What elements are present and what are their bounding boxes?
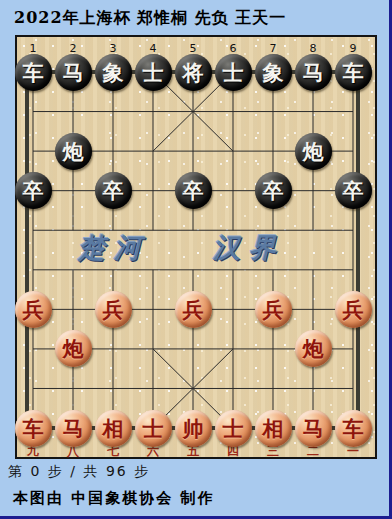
red-piece-马-f8r10[interactable]: 马	[295, 410, 332, 447]
black-piece-马-f2r1[interactable]: 马	[55, 54, 92, 91]
black-piece-炮-f8r3[interactable]: 炮	[295, 133, 332, 170]
red-piece-士-f6r10[interactable]: 士	[215, 410, 252, 447]
red-piece-相-f7r10[interactable]: 相	[255, 410, 292, 447]
red-piece-帅-f5r10[interactable]: 帅	[175, 410, 212, 447]
black-piece-士-f4r1[interactable]: 士	[135, 54, 172, 91]
red-piece-车-f1r10[interactable]: 车	[15, 410, 52, 447]
black-piece-炮-f2r3[interactable]: 炮	[55, 133, 92, 170]
black-piece-将-f5r1[interactable]: 将	[175, 54, 212, 91]
game-title: 2022年上海杯 郑惟桐 先负 王天一	[14, 8, 286, 29]
black-piece-卒-f5r4[interactable]: 卒	[175, 172, 212, 209]
black-piece-卒-f3r4[interactable]: 卒	[95, 172, 132, 209]
red-piece-车-f9r10[interactable]: 车	[335, 410, 372, 447]
black-piece-卒-f7r4[interactable]: 卒	[255, 172, 292, 209]
black-piece-卒-f9r4[interactable]: 卒	[335, 172, 372, 209]
black-piece-马-f8r1[interactable]: 马	[295, 54, 332, 91]
red-piece-兵-f3r7[interactable]: 兵	[95, 291, 132, 328]
red-piece-兵-f1r7[interactable]: 兵	[15, 291, 52, 328]
black-piece-象-f3r1[interactable]: 象	[95, 54, 132, 91]
black-piece-卒-f1r4[interactable]: 卒	[15, 172, 52, 209]
red-piece-兵-f5r7[interactable]: 兵	[175, 291, 212, 328]
black-piece-车-f9r1[interactable]: 车	[335, 54, 372, 91]
black-piece-士-f6r1[interactable]: 士	[215, 54, 252, 91]
xiangqi-app-window: 2022年上海杯 郑惟桐 先负 王天一 楚河 汉界 123456789九八七六五…	[0, 0, 392, 519]
river-label-left: 楚河	[78, 230, 150, 266]
red-piece-相-f3r10[interactable]: 相	[95, 410, 132, 447]
red-piece-马-f2r10[interactable]: 马	[55, 410, 92, 447]
red-piece-炮-f2r8[interactable]: 炮	[55, 330, 92, 367]
black-piece-象-f7r1[interactable]: 象	[255, 54, 292, 91]
xiangqi-board[interactable]: 楚河 汉界 123456789九八七六五四三二一车马象士将士象马车炮炮卒卒卒卒卒…	[15, 35, 377, 459]
board-thick-border	[25, 70, 360, 430]
black-piece-车-f1r1[interactable]: 车	[15, 54, 52, 91]
credit-line: 本图由 中国象棋协会 制作	[13, 489, 214, 508]
river-label-right: 汉界	[213, 230, 285, 266]
red-piece-兵-f7r7[interactable]: 兵	[255, 291, 292, 328]
move-counter: 第 0 步 / 共 96 步	[8, 463, 150, 481]
red-piece-炮-f8r8[interactable]: 炮	[295, 330, 332, 367]
red-piece-兵-f9r7[interactable]: 兵	[335, 291, 372, 328]
red-piece-士-f4r10[interactable]: 士	[135, 410, 172, 447]
